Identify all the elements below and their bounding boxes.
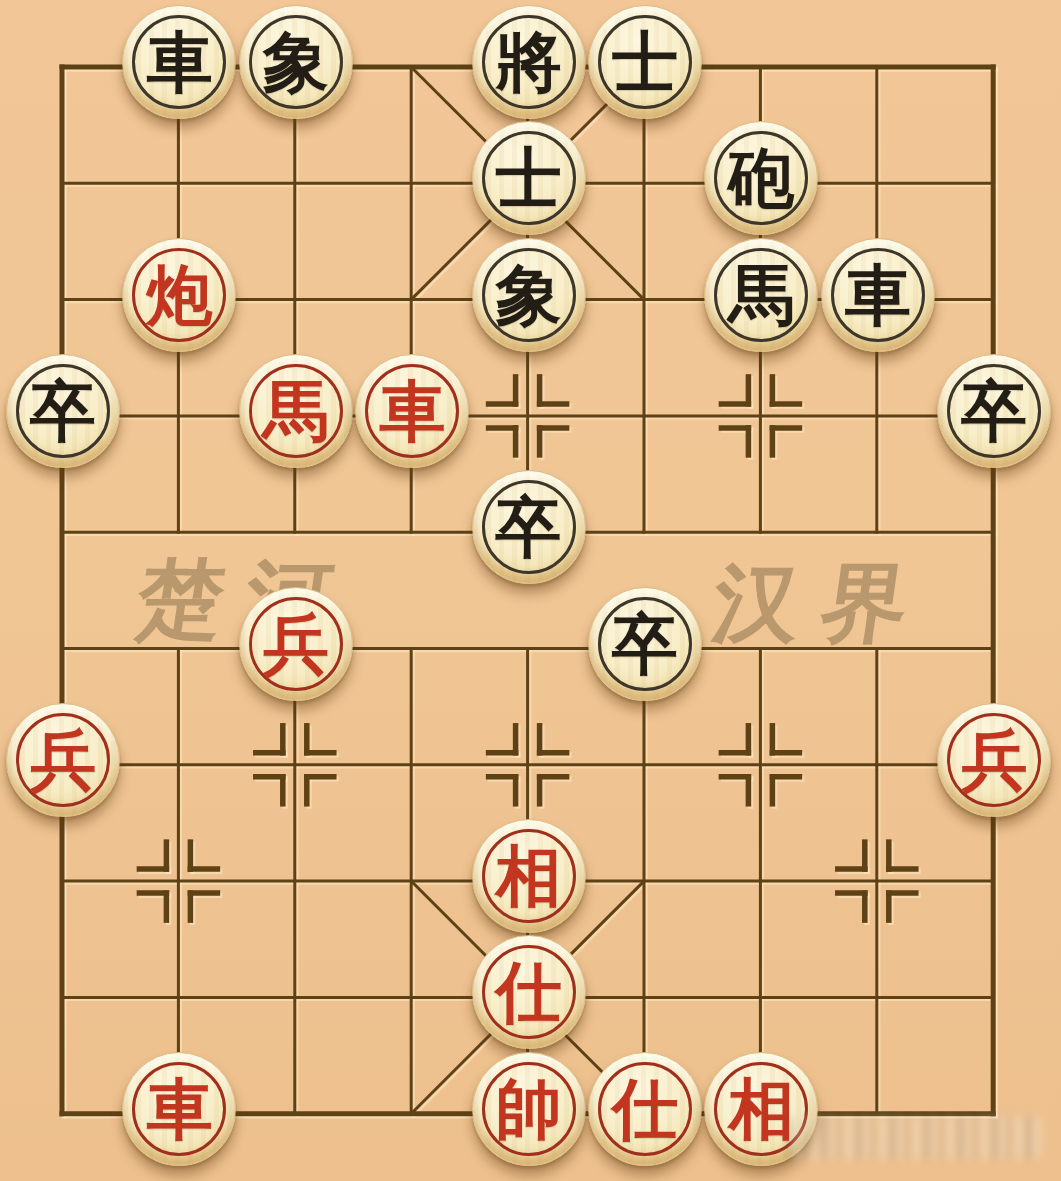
piece-red-general-e9[interactable]: 帥 [472,1052,586,1166]
piece-red-elephant-e7[interactable]: 相 [472,819,586,933]
piece-black-soldier-a3[interactable]: 卒 [6,354,120,468]
piece-glyph: 馬 [263,378,329,444]
piece-red-advisor-f9[interactable]: 仕 [588,1052,702,1166]
piece-glyph: 砲 [728,145,794,211]
piece-glyph: 卒 [496,494,562,560]
piece-black-soldier-e4[interactable]: 卒 [472,470,586,584]
piece-glyph: 兵 [263,611,329,677]
piece-glyph: 車 [845,262,911,328]
piece-glyph: 士 [496,145,562,211]
piece-red-soldier-i6[interactable]: 兵 [937,703,1051,817]
piece-black-chariot-h2[interactable]: 車 [821,238,935,352]
piece-red-chariot-b9[interactable]: 車 [122,1052,236,1166]
piece-glyph: 馬 [728,262,794,328]
piece-black-general-e0[interactable]: 將 [472,5,586,119]
piece-black-soldier-f5[interactable]: 卒 [588,587,702,701]
piece-glyph: 仕 [496,959,562,1025]
xiangqi-board: 楚河 汉界 車象將士士砲象馬車卒卒卒卒炮馬車兵兵兵相仕車帥仕相 [0,0,1061,1181]
piece-black-chariot-b0[interactable]: 車 [122,5,236,119]
piece-black-horse-g2[interactable]: 馬 [704,238,818,352]
piece-glyph: 士 [612,29,678,95]
piece-red-horse-c3[interactable]: 馬 [239,354,353,468]
piece-glyph: 車 [146,1076,212,1142]
piece-glyph: 兵 [961,727,1027,793]
piece-glyph: 帥 [496,1076,562,1142]
watermark [788,1116,1040,1160]
piece-glyph: 炮 [146,262,212,328]
piece-glyph: 相 [496,843,562,909]
piece-black-advisor-e1[interactable]: 士 [472,121,586,235]
piece-black-elephant-e2[interactable]: 象 [472,238,586,352]
piece-glyph: 卒 [30,378,96,444]
piece-black-elephant-c0[interactable]: 象 [239,5,353,119]
pieces-layer: 車象將士士砲象馬車卒卒卒卒炮馬車兵兵兵相仕車帥仕相 [0,0,1061,1181]
piece-glyph: 將 [496,29,562,95]
piece-glyph: 車 [379,378,445,444]
piece-red-soldier-c5[interactable]: 兵 [239,587,353,701]
piece-red-soldier-a6[interactable]: 兵 [6,703,120,817]
piece-glyph: 象 [263,29,329,95]
piece-glyph: 卒 [612,611,678,677]
piece-black-soldier-i3[interactable]: 卒 [937,354,1051,468]
piece-black-cannon-g1[interactable]: 砲 [704,121,818,235]
piece-black-advisor-f0[interactable]: 士 [588,5,702,119]
piece-glyph: 兵 [30,727,96,793]
piece-glyph: 卒 [961,378,1027,444]
piece-red-chariot-d3[interactable]: 車 [355,354,469,468]
piece-red-cannon-b2[interactable]: 炮 [122,238,236,352]
piece-glyph: 象 [496,262,562,328]
piece-glyph: 車 [146,29,212,95]
piece-glyph: 相 [728,1076,794,1142]
piece-red-advisor-e8[interactable]: 仕 [472,935,586,1049]
piece-glyph: 仕 [612,1076,678,1142]
